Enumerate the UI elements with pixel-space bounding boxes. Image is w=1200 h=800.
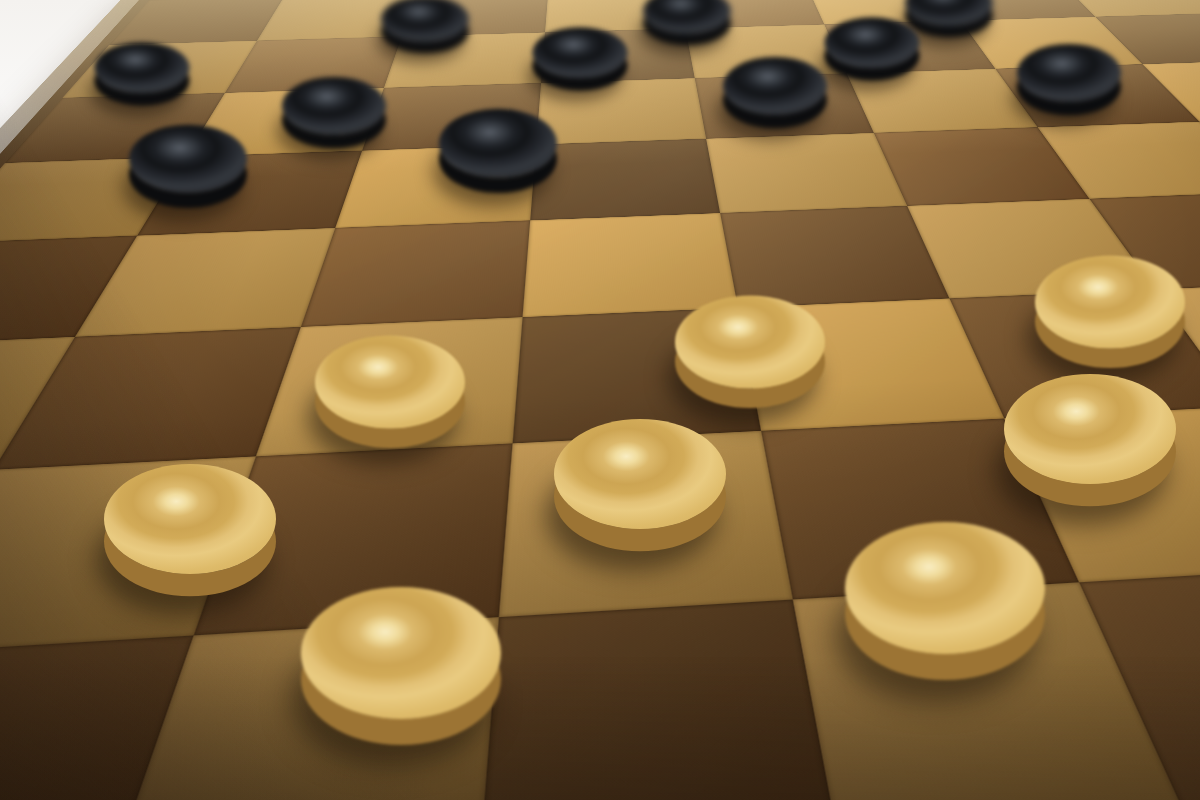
black-checker[interactable]: [1017, 43, 1121, 101]
square-r8c4[interactable]: [478, 599, 838, 800]
white-checker[interactable]: [315, 336, 465, 429]
black-checker[interactable]: [95, 42, 190, 93]
black-checker[interactable]: [282, 77, 386, 135]
white-checker[interactable]: [104, 464, 276, 574]
white-checker[interactable]: [845, 522, 1045, 654]
square-r3c4[interactable]: [536, 78, 706, 144]
black-checker[interactable]: [825, 17, 920, 68]
square-r4c4[interactable]: [530, 138, 720, 220]
white-checker[interactable]: [301, 587, 501, 719]
checkers-photo-scene: [0, 0, 1200, 800]
black-checker[interactable]: [129, 124, 247, 192]
black-checker[interactable]: [381, 0, 469, 42]
black-checker[interactable]: [723, 57, 827, 115]
square-r4c5[interactable]: [706, 133, 907, 213]
black-checker[interactable]: [533, 27, 628, 78]
white-checker[interactable]: [675, 295, 825, 388]
white-checker[interactable]: [554, 419, 726, 529]
white-checker[interactable]: [1035, 255, 1185, 348]
square-r5c3[interactable]: [301, 220, 530, 326]
square-r5c4[interactable]: [522, 213, 738, 317]
black-checker[interactable]: [439, 109, 557, 177]
white-checker[interactable]: [1004, 374, 1176, 484]
